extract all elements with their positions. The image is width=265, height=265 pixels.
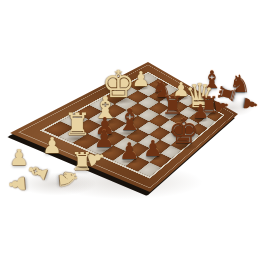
chess-set-product-photo: ♚♟♜♝♟♞♟♝♟♜♟♛♟♟♜♚ ♟♟♜♝♞♟♟ ♝♞♜♟♟ [0,0,265,265]
chess-board [39,40,209,210]
board-grid [40,72,225,179]
board-frame [10,62,238,192]
captured-black-knight: ♞ [229,72,251,96]
